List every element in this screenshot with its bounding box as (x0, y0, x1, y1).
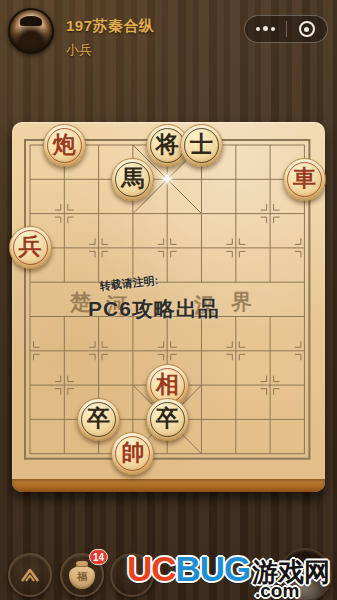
piece-black-advisor[interactable]: 士 (180, 124, 223, 167)
game-screen: 197苏秦合纵 小兵 楚 河 汉 界 炮将士馬車兵相卒卒帥✦ 转载请注明: PC… (0, 0, 337, 600)
level-info: 197苏秦合纵 小兵 (66, 17, 155, 59)
piece-red-soldier[interactable]: 兵 (9, 226, 52, 269)
piece-black-horse[interactable]: 馬 (111, 158, 154, 201)
watermark-brand: PC6攻略出品 (88, 295, 220, 323)
level-title: 197苏秦合纵 (66, 17, 155, 36)
rewards-button[interactable]: 福 14 (60, 553, 104, 597)
site-logo-segment: BUG (176, 549, 251, 588)
close-minimize-button[interactable] (287, 16, 328, 42)
center-watermark: 转载请注明: PC6攻略出品 (88, 276, 220, 323)
chevron-up-icon (19, 566, 41, 584)
piece-red-cannon[interactable]: 炮 (43, 124, 86, 167)
more-dots-icon (256, 27, 275, 32)
piece-black-soldier[interactable]: 卒 (77, 398, 120, 441)
level-rank: 小兵 (66, 41, 155, 59)
money-bag-icon: 福 (69, 566, 95, 589)
expand-menu-button[interactable] (8, 553, 52, 597)
level-avatar (8, 8, 54, 54)
piece-red-chariot[interactable]: 車 (283, 158, 326, 201)
more-button[interactable] (245, 16, 286, 42)
watermark-note: 转载请注明: (99, 273, 159, 294)
site-logo-segment: UC (127, 549, 176, 588)
site-logo-domain: .com (255, 580, 299, 600)
board-bevel-edge (12, 479, 325, 492)
last-move-sparkle: ✦ (160, 171, 174, 188)
rewards-badge: 14 (89, 549, 108, 565)
piece-red-king[interactable]: 帥 (111, 432, 154, 475)
bag-mark: 福 (77, 570, 87, 584)
piece-black-soldier[interactable]: 卒 (146, 398, 189, 441)
site-watermark: UCBUG游戏网 .com (127, 549, 330, 590)
miniprogram-capsule (244, 15, 328, 43)
site-logo-letters: UCBUG (127, 567, 250, 584)
target-circle-icon (299, 21, 315, 37)
